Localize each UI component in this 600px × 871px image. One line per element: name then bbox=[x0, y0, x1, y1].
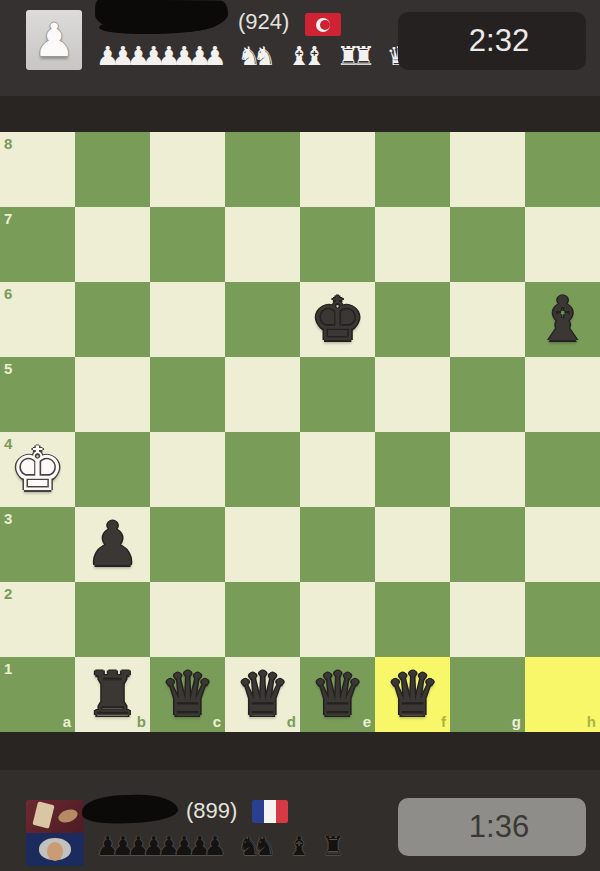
square-d3[interactable] bbox=[225, 507, 300, 582]
square-e4[interactable] bbox=[300, 432, 375, 507]
square-f5[interactable] bbox=[375, 357, 450, 432]
square-d5[interactable] bbox=[225, 357, 300, 432]
captured-bishop-group: ♝ bbox=[287, 832, 310, 860]
captured-knight-group: ♞♞ bbox=[238, 42, 277, 70]
black-queen-piece: ♛ bbox=[300, 657, 375, 732]
square-g2[interactable] bbox=[450, 582, 525, 657]
square-c8[interactable] bbox=[150, 132, 225, 207]
square-f2[interactable] bbox=[375, 582, 450, 657]
square-h5[interactable] bbox=[525, 357, 600, 432]
square-f6[interactable] bbox=[375, 282, 450, 357]
avatar-painting-bottom bbox=[26, 833, 84, 866]
square-b4[interactable] bbox=[75, 432, 150, 507]
square-f7[interactable] bbox=[375, 207, 450, 282]
square-b3[interactable]: ♟ bbox=[75, 507, 150, 582]
captured-pawn-group: ♟♟♟♟♟♟♟♟ bbox=[96, 42, 227, 70]
captured-pawn-icon: ♟ bbox=[203, 42, 226, 70]
top-player-hidden-name bbox=[95, 0, 228, 33]
square-a7[interactable]: 7 bbox=[0, 207, 75, 282]
square-a5[interactable]: 5 bbox=[0, 357, 75, 432]
square-d1[interactable]: d♛ bbox=[225, 657, 300, 732]
square-d7[interactable] bbox=[225, 207, 300, 282]
captured-rook-icon: ♜ bbox=[352, 42, 375, 70]
black-queen-piece: ♛ bbox=[375, 657, 450, 732]
captured-bishop-group: ♝♝ bbox=[287, 42, 326, 70]
black-rook-piece: ♜ bbox=[75, 657, 150, 732]
top-player-clock: 2:32 bbox=[398, 12, 586, 70]
captured-pawn-icon: ♟ bbox=[203, 832, 226, 860]
avatar-painting-top bbox=[26, 800, 84, 833]
square-b7[interactable] bbox=[75, 207, 150, 282]
bottom-player-captured-pieces: ♟♟♟♟♟♟♟♟♞♞♝♜ bbox=[96, 832, 356, 860]
square-e8[interactable] bbox=[300, 132, 375, 207]
captured-bishop-icon: ♝ bbox=[302, 42, 325, 70]
square-b6[interactable] bbox=[75, 282, 150, 357]
square-h4[interactable] bbox=[525, 432, 600, 507]
square-a3[interactable]: 3 bbox=[0, 507, 75, 582]
bottom-player-clock: 1:36 bbox=[398, 798, 586, 856]
square-c4[interactable] bbox=[150, 432, 225, 507]
rank-label-3: 3 bbox=[4, 510, 12, 527]
rank-label-8: 8 bbox=[4, 135, 12, 152]
white-king-piece: ♚ bbox=[0, 432, 75, 507]
black-queen-piece: ♛ bbox=[225, 657, 300, 732]
black-pawn-piece: ♟ bbox=[75, 507, 150, 582]
france-flag-icon bbox=[252, 800, 288, 823]
square-b1[interactable]: b♜ bbox=[75, 657, 150, 732]
square-g4[interactable] bbox=[450, 432, 525, 507]
square-e7[interactable] bbox=[300, 207, 375, 282]
square-f1[interactable]: f♛ bbox=[375, 657, 450, 732]
square-e6[interactable]: ♚ bbox=[300, 282, 375, 357]
top-player-avatar[interactable]: ♟ bbox=[26, 10, 82, 70]
square-f4[interactable] bbox=[375, 432, 450, 507]
square-h1[interactable]: h bbox=[525, 657, 600, 732]
square-h3[interactable] bbox=[525, 507, 600, 582]
captured-bishop-icon: ♝ bbox=[287, 832, 310, 860]
square-a8[interactable]: 8 bbox=[0, 132, 75, 207]
pawn-avatar-icon: ♟ bbox=[33, 10, 74, 70]
file-label-g: g bbox=[512, 713, 521, 730]
square-h7[interactable] bbox=[525, 207, 600, 282]
rank-label-6: 6 bbox=[4, 285, 12, 302]
square-g7[interactable] bbox=[450, 207, 525, 282]
square-a2[interactable]: 2 bbox=[0, 582, 75, 657]
square-a1[interactable]: 1a bbox=[0, 657, 75, 732]
avatar-face bbox=[47, 842, 63, 861]
square-e1[interactable]: e♛ bbox=[300, 657, 375, 732]
square-g8[interactable] bbox=[450, 132, 525, 207]
captured-rook-icon: ♜ bbox=[321, 832, 344, 860]
square-a4[interactable]: 4♚ bbox=[0, 432, 75, 507]
square-d6[interactable] bbox=[225, 282, 300, 357]
rank-label-7: 7 bbox=[4, 210, 12, 227]
rank-label-5: 5 bbox=[4, 360, 12, 377]
captured-rook-group: ♜♜ bbox=[337, 42, 376, 70]
square-b5[interactable] bbox=[75, 357, 150, 432]
rank-label-2: 2 bbox=[4, 585, 12, 602]
square-b8[interactable] bbox=[75, 132, 150, 207]
square-g6[interactable] bbox=[450, 282, 525, 357]
captured-knight-group: ♞♞ bbox=[238, 832, 277, 860]
square-g3[interactable] bbox=[450, 507, 525, 582]
avatar-paper bbox=[32, 801, 54, 828]
square-a6[interactable]: 6 bbox=[0, 282, 75, 357]
square-d4[interactable] bbox=[225, 432, 300, 507]
captured-knight-icon: ♞ bbox=[253, 42, 276, 70]
captured-pawn-group: ♟♟♟♟♟♟♟♟ bbox=[96, 832, 227, 860]
square-h2[interactable] bbox=[525, 582, 600, 657]
avatar-hand bbox=[57, 807, 80, 825]
square-d2[interactable] bbox=[225, 582, 300, 657]
square-e3[interactable] bbox=[300, 507, 375, 582]
file-label-a: a bbox=[63, 713, 71, 730]
square-f8[interactable] bbox=[375, 132, 450, 207]
square-g5[interactable] bbox=[450, 357, 525, 432]
bottom-player-avatar[interactable] bbox=[26, 800, 84, 866]
square-d8[interactable] bbox=[225, 132, 300, 207]
black-queen-piece: ♛ bbox=[150, 657, 225, 732]
square-h8[interactable] bbox=[525, 132, 600, 207]
square-e2[interactable] bbox=[300, 582, 375, 657]
square-h6[interactable]: ♝ bbox=[525, 282, 600, 357]
game-screen: ♟ (924) ♟♟♟♟♟♟♟♟♞♞♝♝♜♜♛+45 2:32 876♚♝54♚… bbox=[0, 0, 600, 871]
square-c6[interactable] bbox=[150, 282, 225, 357]
square-c5[interactable] bbox=[150, 357, 225, 432]
file-label-h: h bbox=[587, 713, 596, 730]
tunisia-flag-icon bbox=[305, 13, 341, 36]
captured-rook-group: ♜ bbox=[321, 832, 344, 860]
square-b2[interactable] bbox=[75, 582, 150, 657]
black-bishop-piece: ♝ bbox=[525, 282, 600, 357]
chess-board: 876♚♝54♚3♟21ab♜c♛d♛e♛f♛gh bbox=[0, 132, 600, 732]
square-c1[interactable]: c♛ bbox=[150, 657, 225, 732]
bottom-player-rating: (899) bbox=[186, 798, 237, 824]
square-f3[interactable] bbox=[375, 507, 450, 582]
square-c7[interactable] bbox=[150, 207, 225, 282]
square-c2[interactable] bbox=[150, 582, 225, 657]
captured-knight-icon: ♞ bbox=[253, 832, 276, 860]
square-g1[interactable]: g bbox=[450, 657, 525, 732]
black-king-piece: ♚ bbox=[300, 282, 375, 357]
rank-label-1: 1 bbox=[4, 660, 12, 677]
square-e5[interactable] bbox=[300, 357, 375, 432]
square-c3[interactable] bbox=[150, 507, 225, 582]
top-player-rating: (924) bbox=[238, 9, 289, 35]
